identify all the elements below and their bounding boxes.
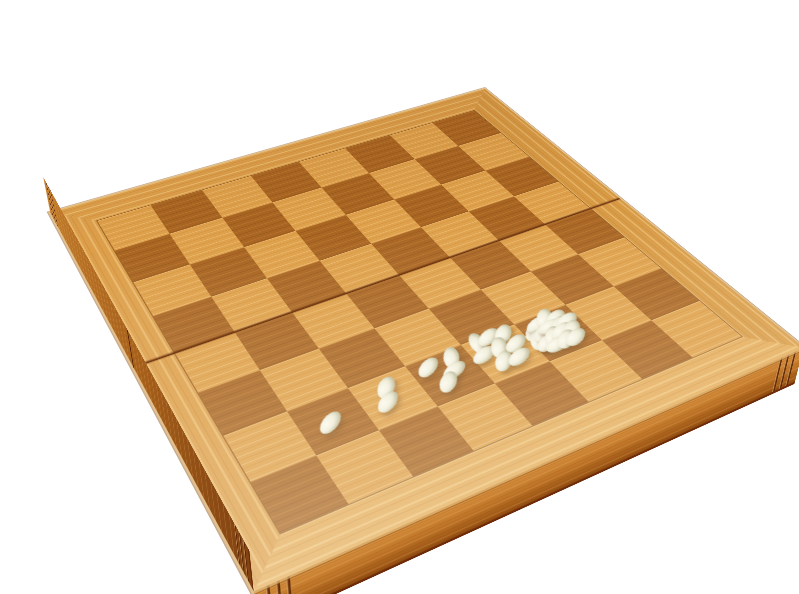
wheat-grain xyxy=(550,314,570,336)
square-r6c3 xyxy=(405,345,495,407)
wheat-grain xyxy=(523,313,553,334)
wheat-grain xyxy=(555,328,578,351)
wheat-grain xyxy=(553,310,581,332)
wheat-grain xyxy=(492,349,514,372)
square-r6c7 xyxy=(614,268,700,320)
square-r7c0 xyxy=(251,456,349,533)
square-r5c4 xyxy=(429,290,514,345)
wheat-grain xyxy=(374,389,402,415)
wheat-grain xyxy=(443,347,459,368)
wheat-grain xyxy=(561,319,583,341)
square-r5c0 xyxy=(198,370,287,435)
wheat-grain xyxy=(536,308,554,329)
wheat-grain xyxy=(466,332,490,354)
square-r5c2 xyxy=(318,328,405,388)
wheat-grain xyxy=(544,325,562,347)
wheat-grain xyxy=(505,345,535,368)
square-r7c2 xyxy=(379,407,474,477)
square-r7c7 xyxy=(652,301,742,357)
square-r6c5 xyxy=(514,305,602,362)
corner-groove xyxy=(286,576,293,594)
wheat-grain xyxy=(439,358,470,382)
perspective-scene xyxy=(0,0,799,594)
wheat-grain xyxy=(469,343,499,366)
square-r6c6 xyxy=(565,286,652,341)
square-r3c0 xyxy=(153,297,234,353)
wheat-grain xyxy=(530,330,546,351)
square-r4c0 xyxy=(175,332,260,392)
square-r5c5 xyxy=(481,272,565,325)
wheat-grain xyxy=(534,316,565,337)
wheat-grain xyxy=(436,370,459,394)
square-r6c0 xyxy=(223,411,316,482)
square-r7c1 xyxy=(316,431,412,505)
wheat-grain xyxy=(542,307,568,329)
board-frame-near xyxy=(233,323,799,591)
wheat-grain xyxy=(491,336,508,357)
wheat-grain xyxy=(563,326,590,349)
square-r7c5 xyxy=(550,341,642,402)
square-r7c3 xyxy=(438,384,532,451)
wheat-grain xyxy=(522,321,545,343)
square-r4c3 xyxy=(346,275,428,328)
corner-groove xyxy=(276,580,283,594)
square-r5c3 xyxy=(375,309,461,366)
square-r3c1 xyxy=(211,279,291,333)
square-r6c2 xyxy=(347,366,438,431)
wheat-grain xyxy=(548,320,575,342)
wheat-grain xyxy=(502,332,530,355)
wheat-grain xyxy=(534,331,561,354)
wheat-grain xyxy=(531,322,556,344)
square-r7c6 xyxy=(602,320,693,379)
square-r5c1 xyxy=(259,349,347,411)
wheat-grain xyxy=(375,376,398,400)
square-r6c1 xyxy=(287,388,379,456)
chessboard xyxy=(50,89,799,592)
wheat-grain xyxy=(492,323,513,345)
wheat-grain xyxy=(542,334,573,356)
square-r4c2 xyxy=(291,293,374,348)
wheat-grain xyxy=(474,326,502,349)
corner-groove xyxy=(265,585,272,594)
square-r6c4 xyxy=(461,324,550,383)
illustration-canvas xyxy=(0,0,799,594)
square-r4c1 xyxy=(234,312,318,370)
wheat-grain xyxy=(315,409,344,436)
wheat-grain xyxy=(415,355,443,379)
square-r7c4 xyxy=(495,362,588,426)
